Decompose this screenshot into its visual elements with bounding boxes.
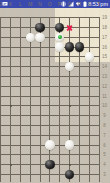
black-stone-Q16 (65, 42, 74, 51)
black-stone-Q3 (65, 170, 74, 179)
row-label-6: 6 (100, 143, 109, 148)
row-label-5: 5 (100, 152, 109, 157)
column-label-P: P (56, 1, 64, 8)
white-stone-Q6 (65, 140, 74, 149)
row-label-10: 10 (100, 103, 109, 108)
white-stone-M17 (26, 33, 35, 42)
row-label-17: 17 (100, 35, 109, 40)
row-label-16: 16 (100, 45, 109, 50)
white-stone-N17 (35, 33, 44, 42)
column-label-T: T (95, 1, 103, 8)
row-label-15: 15 (100, 54, 109, 59)
row-label-13: 13 (100, 74, 109, 79)
star-point-Q10 (69, 105, 71, 107)
row-label-8: 8 (100, 123, 109, 128)
column-label-Q: Q (66, 1, 74, 8)
row-label-9: 9 (100, 113, 109, 118)
grid-line-col-O (49, 17, 50, 182)
column-label-S: S (85, 1, 93, 8)
column-label-O: O (46, 1, 54, 8)
row-label-3: 3 (100, 172, 109, 177)
star-point-K4 (10, 164, 12, 166)
go-board[interactable]: JKLMNOPQRST191817161514131211109876543 (0, 8, 110, 183)
white-stone-S15 (85, 52, 94, 61)
white-stone-Q14 (65, 62, 74, 71)
row-label-11: 11 (100, 94, 109, 99)
star-point-K10 (10, 105, 12, 107)
column-label-N: N (36, 1, 44, 8)
last-move-marker-P17 (58, 35, 62, 39)
black-stone-O4 (45, 160, 54, 169)
grid-line-col-T (99, 17, 100, 182)
row-label-7: 7 (100, 133, 109, 138)
phone-screen: 8:53 pm JKLMNOPQRST191817161514131211109… (0, 0, 110, 183)
row-label-14: 14 (100, 64, 109, 69)
black-stone-R16 (75, 42, 84, 51)
grid-line-col-J (0, 17, 1, 182)
row-label-18: 18 (100, 25, 109, 30)
row-label-4: 4 (100, 162, 109, 167)
column-label-J: J (0, 1, 5, 8)
row-label-12: 12 (100, 84, 109, 89)
column-label-R: R (75, 1, 83, 8)
column-label-K: K (7, 1, 15, 8)
column-label-L: L (16, 1, 24, 8)
grid-line-col-K (10, 17, 11, 182)
grid-line-col-S (89, 17, 90, 182)
column-label-M: M (26, 1, 34, 8)
star-point-Q4 (69, 164, 71, 166)
row-label-19: 19 (100, 15, 109, 20)
black-stone-N18 (35, 23, 44, 32)
x-mark-Q18 (66, 23, 74, 31)
grid-line-col-L (20, 17, 21, 182)
white-stone-O6 (45, 140, 54, 149)
